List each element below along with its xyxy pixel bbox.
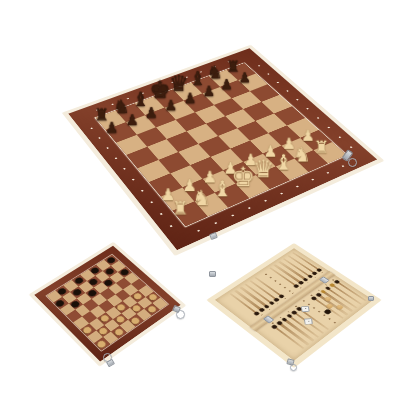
clasp-bit xyxy=(286,358,294,366)
chess-piece-light-n: ♞ xyxy=(189,188,214,209)
checkers-board: ●●●●●●●●●●●●●●●●●●●●●●●● xyxy=(29,242,187,367)
chess-piece-dark-p: ♟ xyxy=(160,99,182,114)
chess-piece-dark-p: ♟ xyxy=(100,121,123,136)
chess-clasp-bottom xyxy=(210,233,217,239)
chess-piece-dark-p: ♟ xyxy=(120,113,143,128)
chess-piece-dark-p: ♟ xyxy=(140,106,162,121)
backgammon-clasp-left xyxy=(209,271,216,277)
checkers-clasp-bottom xyxy=(103,353,114,366)
chess-piece-dark-p: ♟ xyxy=(179,92,201,106)
chess-piece-light-r: ♜ xyxy=(167,199,192,218)
clasp-bit xyxy=(368,296,374,301)
product-photo-stage: ●●●●●●●●●●●●●●●●●●●●●●●● ♜♟♟♜♞♟♟♞♝♟♟♝♛♟♟… xyxy=(0,0,400,400)
backgammon-board xyxy=(206,243,381,368)
clasp-bit xyxy=(106,359,115,368)
chess-clasp-right xyxy=(344,150,357,167)
clasp-ring xyxy=(348,158,357,167)
checkers-playing-field: ●●●●●●●●●●●●●●●●●●●●●●●● xyxy=(47,255,168,351)
chess-piece-light-k: ♚ xyxy=(231,164,255,191)
backgammon-clasp-bottom xyxy=(287,359,297,371)
backgammon-clasp-right xyxy=(368,296,374,301)
checkers-clasp-right xyxy=(173,306,185,319)
clasp-bit xyxy=(209,271,216,277)
chess-board: ♜♟♟♜♞♟♟♞♝♟♟♝♛♟♟♛♚♟♟♚♝♟♟♝♞♟♟♞♜♟♟♜ xyxy=(62,45,385,256)
clasp-bit xyxy=(209,232,218,240)
checker-piece-light: ● xyxy=(130,303,143,314)
